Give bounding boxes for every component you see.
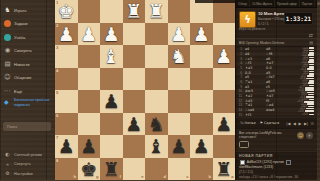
panel-tab-2[interactable]: Прямой эфир [275,0,300,7]
white-piece-P: ♟ [190,23,213,46]
black-move[interactable]: c5 [266,85,285,89]
white-move[interactable]: ♘c3 [245,57,264,61]
square-h7[interactable]: 7♟ [55,135,78,158]
square-h3[interactable]: 3 [55,45,78,68]
square-d2[interactable] [145,23,168,46]
move-nav: |◀◀▶▶|☰ [286,121,314,126]
square-c5[interactable] [168,90,191,113]
chat-bubble-icon[interactable] [239,141,249,148]
rank-label: 7 [56,136,58,140]
white-piece-B: ♝ [100,45,123,68]
square-f7[interactable] [100,135,123,158]
square-d6[interactable]: ♞ [145,113,168,136]
sidebar-item-label: Новости [14,62,29,67]
settings-icon: ⚙ [4,170,11,177]
sidebar-item-puzzles[interactable]: Задачи [0,18,55,30]
diamond-icon: ◆ [4,98,11,108]
social-icon: ☺ [4,74,11,81]
white-move[interactable]: a3 [245,85,264,89]
rank-label: 4 [56,69,58,73]
sidebar-item-news[interactable]: ▤Новости [0,58,55,70]
white-piece-P: ♟ [168,23,191,46]
white-piece-K: ♚ [55,0,78,23]
black-move[interactable]: ♗e7 [266,61,285,65]
black-color-chip [286,160,291,165]
black-piece-N: ♞ [145,113,168,136]
black-piece-P: ♟ [168,135,191,158]
watch-icon: ◉ [4,47,11,54]
square-h1[interactable]: 1♚ [55,0,78,23]
panel-tab-1[interactable]: 10 Мин Арена [250,0,275,7]
square-f3[interactable]: ♝ [100,45,123,68]
square-a7[interactable] [213,135,236,158]
eval-bars: +0.6+0.8 [288,108,314,112]
file-label: e [141,175,143,179]
square-b2[interactable]: ♟ [190,23,213,46]
new-game-section: НОВАЯ ПАРТИЯ AdBot119 (1292) против shef… [236,151,317,180]
tournament-avatar: ϟ [239,11,256,28]
board-tools-row: ⇄ [236,31,317,38]
panel-tab-4[interactable]: Игроки [315,0,320,7]
square-d7[interactable]: ♝ [145,135,168,158]
move-number: 2. [236,52,243,56]
square-f8[interactable]: f♜ [100,158,123,181]
move-number: 9. [236,85,243,89]
flip-board-icon[interactable]: ⇄ [309,32,313,38]
sidebar-item-label: Смотреть [14,48,32,53]
black-move[interactable]: e6 [266,57,285,61]
pairing-line: AdBot119 (1292) против sheffBachmann (12… [239,160,313,169]
eval-bars: +0.3 [288,114,314,116]
square-g1[interactable] [78,0,101,23]
move-list: 1.e4d6+0.3+0.22.d4♘f6+0.3+0.43.♘c3e6+0.2… [236,47,317,117]
eval-bars: +0.4+0.2 [288,61,314,65]
white-move[interactable]: e5 [245,75,264,79]
square-c4[interactable] [168,68,191,91]
square-f5[interactable]: ♟ [100,90,123,113]
sidebar-item-label: Настройки [14,172,33,176]
resign-button[interactable]: ⚑ Сдаться [260,121,279,125]
eval-bars: +0.3+0.4 [288,52,314,56]
search-input[interactable]: Поиск [3,122,51,131]
sidebar-item-social[interactable]: ☺Общение [0,72,55,84]
add-reaction-icon[interactable]: + [306,132,313,139]
square-f2[interactable]: ♟ [100,23,123,46]
square-b4[interactable] [190,68,213,91]
new-game-header: НОВАЯ ПАРТИЯ [239,154,273,158]
black-piece-K: ♚ [78,158,101,181]
square-a6[interactable]: ♟ [213,113,236,136]
file-label: h [73,175,76,179]
white-move[interactable]: ♖e1 [245,80,264,84]
panel-tab-3[interactable]: Партии [300,0,315,7]
white-piece-P: ♟ [55,23,78,46]
square-g8[interactable]: g♚ [78,158,101,181]
file-label: f [120,175,121,179]
black-move[interactable]: ♘e4 [266,103,285,107]
white-piece-P: ♟ [78,23,101,46]
white-move[interactable]: ♘f3 [245,61,264,65]
move-number: 7. [236,75,243,79]
square-b1[interactable] [190,0,213,23]
square-c7[interactable]: ♟ [168,135,191,158]
white-piece-N: ♞ [168,45,191,68]
file-label: a [231,175,233,179]
square-d3[interactable] [145,45,168,68]
free-trial-label: Бесплатная пробная подписка [14,98,52,108]
sidebar-item-light-mode[interactable]: ◐Светлый режим [0,150,55,159]
square-g7[interactable]: ♟ [78,135,101,158]
sidebar: ♞ИгратьЗадачиУчёба◉Смотреть▤Новости☺Обще… [0,0,55,180]
black-move[interactable]: ♘fd7 [266,75,285,79]
square-b7[interactable]: ♟ [190,135,213,158]
square-g2[interactable]: ♟ [78,23,101,46]
square-e5[interactable] [123,90,146,113]
last-move-icon[interactable]: ▶| [304,121,308,126]
white-move[interactable]: ♘xe4 [245,108,264,112]
prev-move-icon[interactable]: ◀ [293,121,296,126]
square-b3[interactable] [190,45,213,68]
move-number: 3. [236,57,243,61]
collapse-icon: « [4,161,11,168]
game-controls: ½ Ничья ⚑ Сдаться |◀◀▶▶|☰ [236,117,317,128]
black-move[interactable]: f5 [266,99,285,103]
right-panel: Обзор10 Мин АренаПрямой эфирПартииИгроки… [235,0,317,180]
square-c3[interactable]: ♞ [168,45,191,68]
rating-deltas: победа +13 / ничья +8 / поражение -30 [239,175,313,179]
white-move[interactable]: 0-0 [245,71,264,75]
sidebar-item-settings[interactable]: ⚙Настройки [0,169,55,178]
app-window: ♞ИгратьЗадачиУчёба◉Смотреть▤Новости☺Обще… [0,0,320,180]
square-d4[interactable] [145,68,168,91]
black-move[interactable]: 0-0 [266,66,285,70]
black-move[interactable]: dxe4 [266,108,285,112]
sidebar-item-watch[interactable]: ◉Смотреть [0,45,55,57]
white-piece-R: ♜ [123,0,146,23]
menu-icon[interactable]: ☰ [311,121,314,126]
sidebar-item-label: Учёба [14,35,25,40]
square-a5[interactable] [213,90,236,113]
sidebar-item-play[interactable]: ♞Играть [0,4,55,16]
tournament-clock: 1:33:21 [284,12,313,25]
white-move[interactable]: d4 [245,52,264,56]
black-piece-R: ♜ [213,158,236,181]
rated-label: Игра на рейтинге [239,27,265,31]
sidebar-item-collapse[interactable]: «Свернуть [0,160,55,169]
file-label: b [208,175,211,179]
sidebar-item-learn[interactable]: Учёба [0,31,55,43]
file-label: d [163,175,166,179]
draw-button[interactable]: ½ Ничья [240,121,256,125]
black-move[interactable]: ♗d7 [266,94,285,98]
opening-row: B06 Opening: Modern Defense ▤ [236,38,317,47]
lightning-icon: ϟ [244,15,251,25]
black-piece-P: ♟ [190,135,213,158]
panel-tabs: Обзор10 Мин АренаПрямой эфирПартииИгроки [236,0,317,8]
rank-label: 2 [56,24,58,28]
light-mode-icon: ◐ [4,151,11,158]
tournament-title: 10 Мин Арена [258,11,286,16]
move-number: 10. [236,89,243,93]
player1-name: AdBot119 (1292) [247,160,272,164]
move-number: 1. [236,47,243,51]
top-strip [195,0,235,3]
player2-name: sheffBachmann (1233) [239,165,273,169]
sidebar-item-label: Светлый режим [14,153,42,157]
black-move[interactable]: a6 [266,80,285,84]
eval-bars: +0.4+0.6 [288,94,314,98]
puzzles-icon [4,20,11,27]
black-piece-P: ♟ [78,135,101,158]
move-number: 5. [236,66,243,70]
sidebar-item-label: Ещё [14,89,22,94]
black-move[interactable]: d5 [266,71,285,75]
square-c8[interactable]: c [168,158,191,181]
first-move-icon[interactable]: |◀ [286,121,290,126]
square-h8[interactable]: 8h [55,158,78,181]
move-number: 12. [236,99,243,103]
chat-message: Вот это игра LeeMyPelo вы спортсмен! [239,131,295,140]
rank-label: 8 [56,159,58,163]
square-b6[interactable] [190,113,213,136]
vs-label: против [273,160,284,164]
square-f1[interactable] [100,0,123,23]
file-label: g [96,175,99,179]
square-a8[interactable]: a♜ [213,158,236,181]
sidebar-item-label: Свернуть [14,162,31,166]
chat-area: Вот это игра LeeMyPelo вы спортсмен! ☺ + [236,128,317,151]
black-piece-B: ♝ [145,135,168,158]
square-d8[interactable]: d [145,158,168,181]
square-b5[interactable] [190,90,213,113]
file-label: c [186,175,188,179]
black-piece-P: ♟ [213,113,236,136]
square-h4[interactable]: 4 [55,68,78,91]
square-c1[interactable] [168,0,191,23]
sidebar-item-label: Задачи [14,21,27,26]
black-move[interactable]: ♘xc5 [266,89,285,93]
white-move[interactable]: ♗d3 [245,66,264,70]
move-number: 11. [236,94,243,98]
square-a1[interactable] [213,0,236,23]
free-trial-button[interactable]: ◆ Бесплатная пробная подписка [0,98,55,108]
square-b8[interactable]: b [190,158,213,181]
square-g4[interactable] [78,68,101,91]
black-piece-P: ♟ [55,135,78,158]
panel-tab-0[interactable]: Обзор [236,0,250,7]
reaction-icon[interactable]: ☺ [297,132,304,139]
square-h2[interactable]: 2♟ [55,23,78,46]
play-icon: ♞ [4,7,11,14]
white-move[interactable]: ♖d1 [245,103,264,107]
square-e3[interactable] [123,45,146,68]
book-icon[interactable]: ▤ [309,40,313,45]
eval-bars: +0.3+0.4 [288,80,314,84]
learn-icon [4,34,11,41]
white-piece-R: ♜ [145,0,168,23]
search-placeholder: Поиск [7,125,17,129]
black-piece-P: ♟ [100,90,123,113]
sidebar-item-more[interactable]: •••Ещё [0,85,55,97]
square-e7[interactable] [123,135,146,158]
square-f4[interactable] [100,68,123,91]
white-move[interactable]: ♕d3 [245,99,264,103]
black-move[interactable]: ♘f6 [266,52,285,56]
tournament-card: ϟ 10 Мин Арена Быстрые • 170 игроков 5 /… [236,8,317,31]
opening-name: B06 Opening: Modern Defense [239,41,309,45]
square-e8[interactable]: e [123,158,146,181]
eval-bars: +0.3+0.5 [288,66,314,70]
square-e2[interactable] [123,23,146,46]
square-e1[interactable]: ♜ [123,0,146,23]
square-h5[interactable]: 5 [55,90,78,113]
square-c2[interactable]: ♟ [168,23,191,46]
square-g6[interactable] [78,113,101,136]
move-number: 14. [236,108,243,112]
rank-label: 1 [56,1,58,5]
square-a2[interactable] [213,23,236,46]
white-piece-P: ♟ [100,23,123,46]
black-piece-P: ♟ [123,113,146,136]
move-number: 6. [236,71,243,75]
score-line: (7,5 / 2,5) [239,170,253,174]
chess-board: 1♚♜♜2♟♟♟♟♟3♝♞♟45♟6♟♞♟7♟♟♝♟♟8hg♚f♜edcba♜ [55,0,235,180]
sidebar-item-label: Играть [14,8,27,13]
move-number: 15. [236,113,243,117]
move-number: 4. [236,61,243,65]
black-move[interactable]: d6 [266,47,285,51]
sidebar-item-label: Общение [14,75,32,80]
rank-label: 3 [56,46,58,50]
rank-label: 5 [56,91,58,95]
tournament-format: 5 / 2 / 1 [258,22,269,26]
move-number: 8. [236,80,243,84]
square-f6[interactable] [100,113,123,136]
next-move-icon[interactable]: ▶ [298,121,301,126]
square-d5[interactable] [145,90,168,113]
square-a3[interactable]: ♟ [213,45,236,68]
white-move[interactable]: ♗f3 [245,113,264,117]
square-e6[interactable]: ♟ [123,113,146,136]
square-d1[interactable]: ♜ [145,0,168,23]
eval-bars: +0.3+0.2 [288,47,314,51]
move-number: 13. [236,103,243,107]
white-piece-P: ♟ [213,45,236,68]
rank-label: 6 [56,114,58,118]
black-piece-R: ♜ [100,158,123,181]
news-icon: ▤ [4,61,11,68]
square-g3[interactable] [78,45,101,68]
square-h6[interactable]: 6 [55,113,78,136]
white-move[interactable]: dxc5 [245,89,264,93]
white-move[interactable]: ♗e2 [245,94,264,98]
square-g5[interactable] [78,90,101,113]
square-e4[interactable] [123,68,146,91]
more-icon: ••• [4,88,11,95]
eval-bars: +0.5+0.6 [288,75,314,79]
square-a4[interactable] [213,68,236,91]
white-move[interactable]: e4 [245,47,264,51]
square-c6[interactable] [168,113,191,136]
